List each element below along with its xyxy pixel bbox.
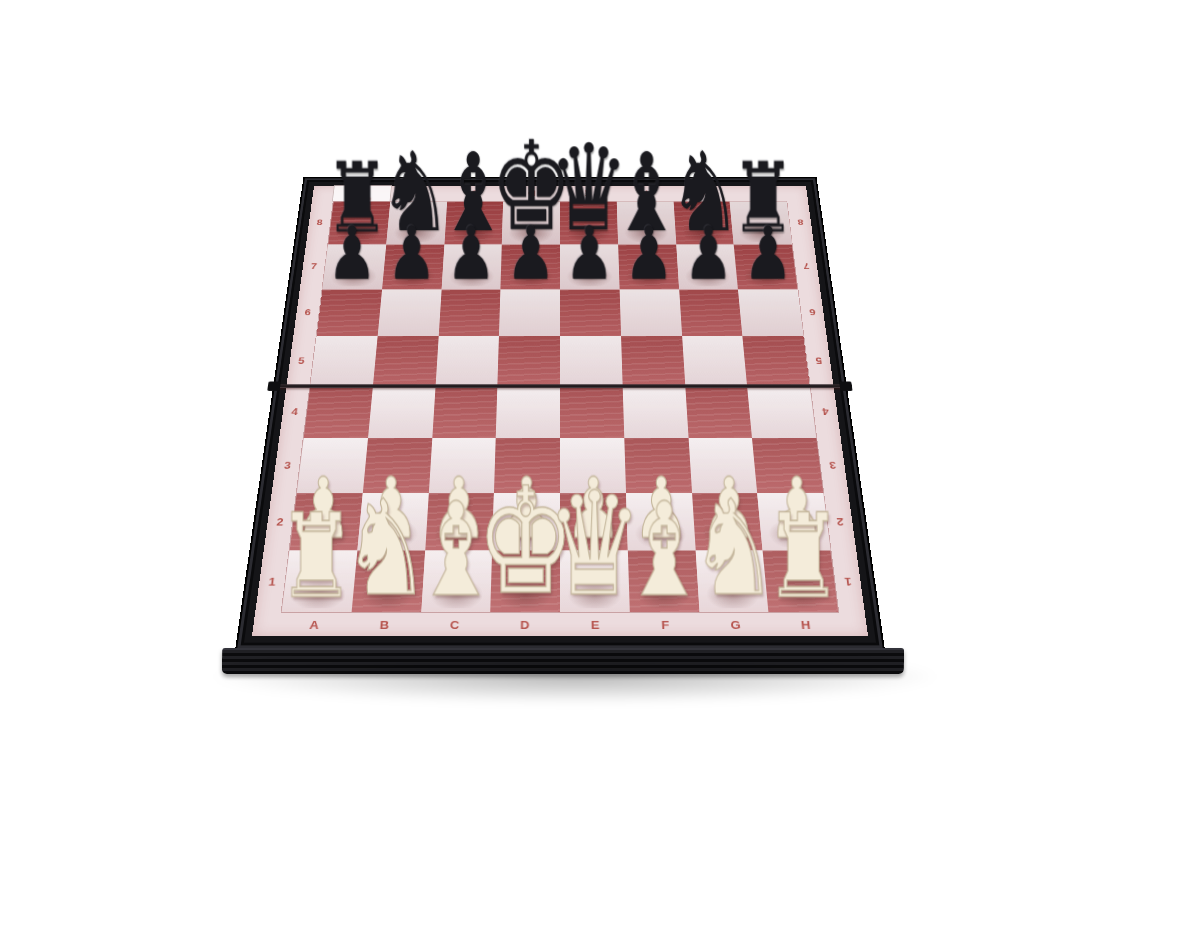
product-photo-background: ABCDEFGH ABCDEFGH 87654321 87654321 ♜♞♝♚… — [0, 0, 1200, 935]
piece-black-pawn[interactable]: ♟ — [743, 220, 793, 288]
square-c1[interactable]: ♝ — [421, 551, 492, 612]
square-c6[interactable] — [438, 289, 500, 336]
rank-label: 7 — [793, 244, 821, 289]
square-b4[interactable] — [368, 386, 435, 438]
file-label: G — [673, 186, 731, 201]
piece-white-bishop[interactable]: ♝ — [412, 490, 499, 609]
square-a6[interactable] — [317, 289, 382, 336]
square-c5[interactable] — [435, 336, 499, 385]
square-e7[interactable]: ♟ — [560, 244, 619, 289]
square-c4[interactable] — [432, 386, 498, 438]
board-fold-hinge — [275, 384, 846, 388]
board-shadow — [205, 662, 945, 704]
file-label: E — [560, 613, 631, 636]
rank-label: 5 — [804, 336, 833, 386]
square-g7[interactable]: ♟ — [676, 244, 738, 289]
square-d6[interactable] — [499, 289, 560, 336]
square-b5[interactable] — [373, 336, 439, 385]
rank-label: 6 — [798, 289, 826, 336]
file-label: E — [560, 186, 617, 201]
square-b6[interactable] — [377, 289, 441, 336]
square-e4[interactable] — [560, 386, 624, 438]
file-label: H — [769, 613, 842, 636]
file-label: D — [489, 613, 560, 636]
square-e5[interactable] — [560, 336, 622, 385]
board-frame: ABCDEFGH ABCDEFGH 87654321 87654321 ♜♞♝♚… — [235, 177, 885, 650]
square-f4[interactable] — [622, 386, 688, 438]
square-g6[interactable] — [679, 289, 743, 336]
board-grid: ♜♞♝♚♛♝♞♜♟♟♟♟♟♟♟♟♟♟♟♟♟♟♟♟♜♞♝♚♛♝♞♜ — [281, 201, 840, 613]
square-b7[interactable]: ♟ — [382, 244, 444, 289]
file-label: F — [630, 613, 701, 636]
file-label: D — [503, 186, 560, 201]
piece-black-pawn[interactable]: ♟ — [565, 220, 615, 288]
square-h6[interactable] — [738, 289, 803, 336]
square-a7[interactable]: ♟ — [322, 244, 386, 289]
square-f1[interactable]: ♝ — [628, 551, 699, 612]
square-f5[interactable] — [621, 336, 685, 385]
file-label: C — [419, 613, 490, 636]
square-d4[interactable] — [496, 386, 560, 438]
square-g4[interactable] — [685, 386, 752, 438]
file-label: A — [333, 186, 391, 201]
piece-black-pawn[interactable]: ♟ — [684, 220, 734, 288]
square-h7[interactable]: ♟ — [734, 244, 798, 289]
square-g5[interactable] — [682, 336, 748, 385]
board-margin: ABCDEFGH ABCDEFGH 87654321 87654321 ♜♞♝♚… — [252, 186, 868, 636]
square-e1[interactable]: ♛ — [560, 551, 630, 612]
file-label: A — [278, 613, 351, 636]
square-a5[interactable] — [310, 336, 377, 385]
file-label: H — [729, 186, 787, 201]
square-h5[interactable] — [743, 336, 810, 385]
square-f7[interactable]: ♟ — [618, 244, 679, 289]
file-label: B — [390, 186, 448, 201]
piece-black-pawn[interactable]: ♟ — [446, 220, 496, 288]
square-d7[interactable]: ♟ — [501, 244, 560, 289]
square-h4[interactable] — [747, 386, 816, 438]
chessboard: ABCDEFGH ABCDEFGH 87654321 87654321 ♜♞♝♚… — [235, 177, 885, 650]
square-a1[interactable]: ♜ — [282, 551, 357, 612]
file-label: B — [348, 613, 420, 636]
piece-white-bishop[interactable]: ♝ — [621, 490, 708, 609]
chessboard-scene: ABCDEFGH ABCDEFGH 87654321 87654321 ♜♞♝♚… — [235, 0, 885, 650]
piece-black-pawn[interactable]: ♟ — [624, 220, 674, 288]
piece-black-pawn[interactable]: ♟ — [387, 220, 437, 288]
square-f6[interactable] — [619, 289, 681, 336]
file-label: G — [700, 613, 772, 636]
piece-white-rook[interactable]: ♜ — [278, 503, 356, 610]
square-a4[interactable] — [304, 386, 373, 438]
square-e6[interactable] — [560, 289, 621, 336]
file-labels-top: ABCDEFGH — [333, 186, 787, 201]
square-d5[interactable] — [498, 336, 560, 385]
file-label: C — [446, 186, 503, 201]
piece-black-pawn[interactable]: ♟ — [328, 220, 378, 288]
square-h1[interactable]: ♜ — [763, 551, 838, 612]
file-label: F — [616, 186, 673, 201]
rank-label: 8 — [787, 201, 814, 244]
piece-black-pawn[interactable]: ♟ — [506, 220, 556, 288]
square-c7[interactable]: ♟ — [441, 244, 502, 289]
file-labels-bottom: ABCDEFGH — [278, 613, 843, 636]
